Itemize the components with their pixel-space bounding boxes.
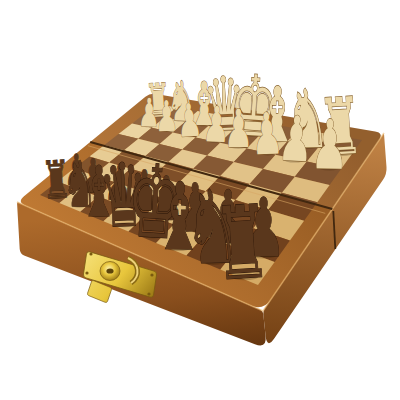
piece-white-pawn-c2[interactable]: ♟ <box>175 93 204 147</box>
clasp-screw <box>147 292 150 295</box>
piece-black-rook-h8[interactable]: ♜ <box>211 182 274 303</box>
piece-white-pawn-g2[interactable]: ♟ <box>276 102 315 176</box>
clasp-screw <box>89 252 92 255</box>
piece-white-pawn-h2[interactable]: ♟ <box>310 104 349 184</box>
clasp-screw <box>150 273 153 276</box>
piece-white-pawn-e2[interactable]: ♟ <box>224 98 253 159</box>
clasp-knob-hole <box>106 268 113 273</box>
clasp-screw <box>85 271 88 274</box>
chess-board-scene: ♜♞♝♟♛♟♚♟♝♟♞♟♟♜♟♟♟♟♜♟♞♟♝♟♛♟♚♟♝♟♞♜ <box>0 0 400 400</box>
chess-set-photo: ♜♞♝♟♛♟♚♟♝♟♞♟♟♜♟♟♟♟♜♟♞♟♝♟♛♟♚♟♝♟♞♜ <box>0 0 400 400</box>
